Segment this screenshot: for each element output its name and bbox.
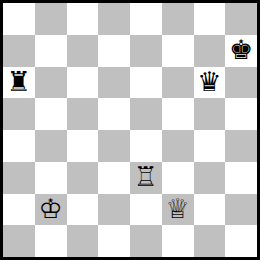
square-c2[interactable] [67, 194, 99, 226]
square-a8[interactable] [3, 3, 35, 35]
square-c4[interactable] [67, 130, 99, 162]
square-g8[interactable] [194, 3, 226, 35]
square-h1[interactable] [225, 225, 257, 257]
square-g7[interactable] [194, 35, 226, 67]
square-d8[interactable] [98, 3, 130, 35]
black-queen[interactable]: ♛ [197, 68, 221, 95]
square-a3[interactable] [3, 162, 35, 194]
square-b7[interactable] [35, 35, 67, 67]
square-e5[interactable] [130, 98, 162, 130]
square-b5[interactable] [35, 98, 67, 130]
square-g6[interactable]: ♛ [194, 67, 226, 99]
white-queen[interactable]: ♕ [166, 195, 190, 222]
square-f2[interactable]: ♕ [162, 194, 194, 226]
square-a1[interactable] [3, 225, 35, 257]
square-b3[interactable] [35, 162, 67, 194]
square-g5[interactable] [194, 98, 226, 130]
square-b1[interactable] [35, 225, 67, 257]
square-d5[interactable] [98, 98, 130, 130]
square-e2[interactable] [130, 194, 162, 226]
square-h4[interactable] [225, 130, 257, 162]
square-b6[interactable] [35, 67, 67, 99]
square-b2[interactable]: ♔ [35, 194, 67, 226]
square-d4[interactable] [98, 130, 130, 162]
white-rook[interactable]: ♖ [134, 163, 158, 190]
square-f6[interactable] [162, 67, 194, 99]
square-h6[interactable] [225, 67, 257, 99]
square-f4[interactable] [162, 130, 194, 162]
square-e3[interactable]: ♖ [130, 162, 162, 194]
square-f5[interactable] [162, 98, 194, 130]
white-king[interactable]: ♔ [39, 195, 63, 222]
square-g4[interactable] [194, 130, 226, 162]
square-g2[interactable] [194, 194, 226, 226]
square-c8[interactable] [67, 3, 99, 35]
square-g3[interactable] [194, 162, 226, 194]
square-h5[interactable] [225, 98, 257, 130]
square-f3[interactable] [162, 162, 194, 194]
square-g1[interactable] [194, 225, 226, 257]
square-d2[interactable] [98, 194, 130, 226]
square-c5[interactable] [67, 98, 99, 130]
square-f1[interactable] [162, 225, 194, 257]
square-f7[interactable] [162, 35, 194, 67]
square-h7[interactable]: ♚ [225, 35, 257, 67]
chess-diagram: ♚♜♛♖♔♕ [0, 0, 260, 260]
square-a6[interactable]: ♜ [3, 67, 35, 99]
square-c3[interactable] [67, 162, 99, 194]
square-d3[interactable] [98, 162, 130, 194]
chess-board: ♚♜♛♖♔♕ [0, 0, 260, 260]
square-c1[interactable] [67, 225, 99, 257]
square-e7[interactable] [130, 35, 162, 67]
square-d6[interactable] [98, 67, 130, 99]
square-e8[interactable] [130, 3, 162, 35]
square-h2[interactable] [225, 194, 257, 226]
square-a7[interactable] [3, 35, 35, 67]
square-h3[interactable] [225, 162, 257, 194]
square-a5[interactable] [3, 98, 35, 130]
square-a4[interactable] [3, 130, 35, 162]
square-c6[interactable] [67, 67, 99, 99]
square-e6[interactable] [130, 67, 162, 99]
square-b8[interactable] [35, 3, 67, 35]
square-c7[interactable] [67, 35, 99, 67]
square-d1[interactable] [98, 225, 130, 257]
square-e4[interactable] [130, 130, 162, 162]
square-a2[interactable] [3, 194, 35, 226]
square-h8[interactable] [225, 3, 257, 35]
square-e1[interactable] [130, 225, 162, 257]
square-f8[interactable] [162, 3, 194, 35]
square-d7[interactable] [98, 35, 130, 67]
black-king[interactable]: ♚ [229, 36, 253, 63]
black-rook[interactable]: ♜ [7, 68, 31, 95]
square-b4[interactable] [35, 130, 67, 162]
